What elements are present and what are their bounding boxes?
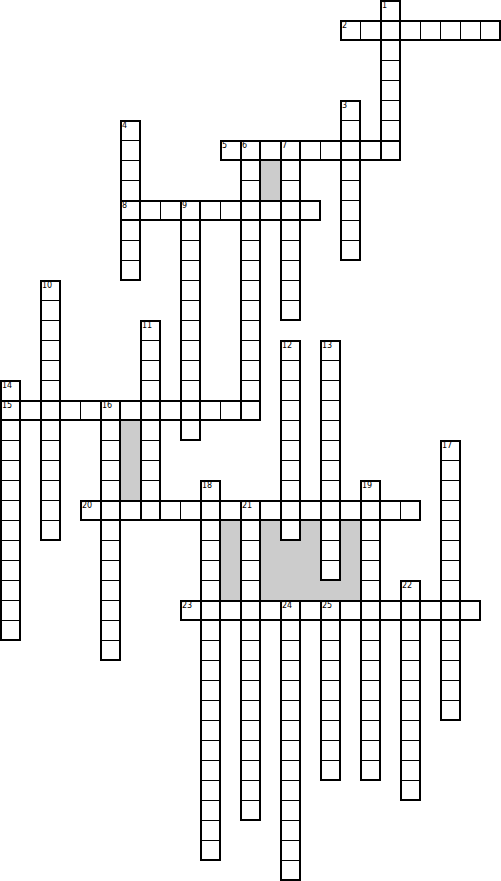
cell-r32-c22[interactable] [440,640,461,661]
blocked-cell [320,580,341,601]
clue-number: 6 [242,141,247,150]
cell-r40-c10[interactable] [200,800,221,821]
cell-r20-c11[interactable] [220,400,241,421]
cell-r32-c5[interactable] [100,640,121,661]
cell-r40-c14[interactable] [280,800,301,821]
cell-r34-c14[interactable] [280,680,301,701]
cell-r29-c18[interactable] [360,580,381,601]
cell-r9-c6[interactable] [120,180,141,201]
cell-r27-c5[interactable] [100,540,121,561]
cell-r1-c20[interactable] [400,20,421,41]
cell-r1-c19[interactable] [380,20,401,41]
cell-r11-c17[interactable] [340,220,361,241]
cell-r37-c20[interactable] [400,740,421,761]
cell-r29-c20[interactable]: 22 [400,580,421,601]
cell-r12-c17[interactable] [340,240,361,261]
cell-r27-c10[interactable] [200,540,221,561]
cell-r12-c14[interactable] [280,240,301,261]
cell-r24-c14[interactable] [280,480,301,501]
cell-r16-c12[interactable] [240,320,261,341]
cell-r25-c20[interactable] [400,500,421,521]
cell-r21-c7[interactable] [140,420,161,441]
cell-r27-c12[interactable] [240,540,261,561]
cell-r23-c2[interactable] [40,460,61,481]
cell-r32-c10[interactable] [200,640,221,661]
cell-r43-c14[interactable] [280,860,301,881]
cell-r5-c19[interactable] [380,100,401,121]
cell-r33-c20[interactable] [400,660,421,681]
cell-r36-c20[interactable] [400,720,421,741]
cell-r35-c20[interactable] [400,700,421,721]
cell-r31-c12[interactable] [240,620,261,641]
cell-r34-c16[interactable] [320,680,341,701]
cell-r13-c6[interactable] [120,260,141,281]
cell-r31-c20[interactable] [400,620,421,641]
cell-r10-c13[interactable] [260,200,281,221]
blocked-cell [340,540,361,561]
cell-r25-c13[interactable] [260,500,281,521]
cell-r16-c7[interactable]: 11 [140,320,161,341]
cell-r35-c22[interactable] [440,700,461,721]
clue-number: 7 [282,141,287,150]
cell-r30-c23[interactable] [460,600,481,621]
cell-r26-c16[interactable] [320,520,341,541]
cell-r12-c9[interactable] [180,240,201,261]
cell-r25-c17[interactable] [340,500,361,521]
cell-r20-c4[interactable] [80,400,101,421]
cell-r27-c16[interactable] [320,540,341,561]
cell-r31-c18[interactable] [360,620,381,641]
cell-r20-c0[interactable]: 15 [0,400,21,421]
cell-r13-c14[interactable] [280,260,301,281]
cell-r35-c18[interactable] [360,700,381,721]
cell-r25-c15[interactable] [300,500,321,521]
cell-r10-c11[interactable] [220,200,241,221]
cell-r27-c0[interactable] [0,540,21,561]
cell-r30-c17[interactable] [340,600,361,621]
cell-r30-c16[interactable]: 25 [320,600,341,621]
cell-r29-c5[interactable] [100,580,121,601]
clue-number: 9 [182,201,187,210]
cell-r29-c0[interactable] [0,580,21,601]
cell-r30-c19[interactable] [380,600,401,621]
cell-r37-c12[interactable] [240,740,261,761]
cell-r22-c7[interactable] [140,440,161,461]
cell-r25-c19[interactable] [380,500,401,521]
cell-r29-c12[interactable] [240,580,261,601]
cell-r1-c18[interactable] [360,20,381,41]
cell-r6-c17[interactable] [340,120,361,141]
clue-number: 23 [182,601,192,610]
cell-r25-c22[interactable] [440,500,461,521]
cell-r26-c5[interactable] [100,520,121,541]
cell-r42-c14[interactable] [280,840,301,861]
cell-r33-c22[interactable] [440,660,461,681]
cell-r25-c14[interactable] [280,500,301,521]
cell-r15-c2[interactable] [40,300,61,321]
cell-r12-c12[interactable] [240,240,261,261]
cell-r17-c2[interactable] [40,340,61,361]
cell-r11-c14[interactable] [280,220,301,241]
cell-r11-c6[interactable] [120,220,141,241]
cell-r30-c0[interactable] [0,600,21,621]
cell-r24-c18[interactable]: 19 [360,480,381,501]
cell-r28-c5[interactable] [100,560,121,581]
cell-r33-c16[interactable] [320,660,341,681]
cell-r31-c0[interactable] [0,620,21,641]
cell-r21-c9[interactable] [180,420,201,441]
cell-r20-c9[interactable] [180,400,201,421]
cell-r3-c19[interactable] [380,60,401,81]
cell-r24-c5[interactable] [100,480,121,501]
cell-r14-c9[interactable] [180,280,201,301]
cell-r12-c6[interactable] [120,240,141,261]
cell-r25-c8[interactable] [160,500,181,521]
cell-r22-c16[interactable] [320,440,341,461]
cell-r18-c12[interactable] [240,360,261,381]
cell-r14-c12[interactable] [240,280,261,301]
cell-r19-c12[interactable] [240,380,261,401]
blocked-cell [260,580,281,601]
cell-r22-c0[interactable] [0,440,21,461]
clue-number: 3 [342,101,347,110]
cell-r8-c17[interactable] [340,160,361,181]
cell-r30-c21[interactable] [420,600,441,621]
cell-r20-c2[interactable] [40,400,61,421]
cell-r15-c14[interactable] [280,300,301,321]
cell-r38-c18[interactable] [360,760,381,781]
cell-r10-c9[interactable]: 9 [180,200,201,221]
cell-r39-c20[interactable] [400,780,421,801]
cell-r15-c12[interactable] [240,300,261,321]
cell-r32-c20[interactable] [400,640,421,661]
cell-r26-c10[interactable] [200,520,221,541]
cell-r30-c12[interactable] [240,600,261,621]
cell-r20-c7[interactable] [140,400,161,421]
cell-r14-c2[interactable]: 10 [40,280,61,301]
cell-r10-c15[interactable] [300,200,321,221]
cell-r20-c1[interactable] [20,400,41,421]
cell-r34-c18[interactable] [360,680,381,701]
clue-number: 15 [2,401,12,410]
cell-r7-c12[interactable]: 6 [240,140,261,161]
cell-r28-c10[interactable] [200,560,221,581]
blocked-cell [260,540,281,561]
cell-r32-c18[interactable] [360,640,381,661]
cell-r1-c23[interactable] [460,20,481,41]
cell-r24-c2[interactable] [40,480,61,501]
cell-r38-c12[interactable] [240,760,261,781]
cell-r36-c10[interactable] [200,720,221,741]
cell-r38-c10[interactable] [200,760,221,781]
blocked-cell [220,520,241,541]
cell-r26-c22[interactable] [440,520,461,541]
cell-r40-c12[interactable] [240,800,261,821]
cell-r28-c18[interactable] [360,560,381,581]
clue-number: 22 [402,581,412,590]
cell-r29-c10[interactable] [200,580,221,601]
cell-r33-c14[interactable] [280,660,301,681]
cell-r30-c9[interactable]: 23 [180,600,201,621]
cell-r38-c14[interactable] [280,760,301,781]
cell-r38-c20[interactable] [400,760,421,781]
cell-r34-c20[interactable] [400,680,421,701]
cell-r4-c19[interactable] [380,80,401,101]
cell-r21-c16[interactable] [320,420,341,441]
cell-r7-c17[interactable] [340,140,361,161]
blocked-cell [340,520,361,541]
cell-r16-c9[interactable] [180,320,201,341]
cell-r29-c22[interactable] [440,580,461,601]
cell-r8-c12[interactable] [240,160,261,181]
cell-r33-c10[interactable] [200,660,221,681]
cell-r17-c12[interactable] [240,340,261,361]
cell-r24-c22[interactable] [440,480,461,501]
cell-r10-c7[interactable] [140,200,161,221]
cell-r25-c18[interactable] [360,500,381,521]
cell-r21-c2[interactable] [40,420,61,441]
cell-r25-c11[interactable] [220,500,241,521]
cell-r26-c2[interactable] [40,520,61,541]
clue-number: 11 [142,321,152,330]
cell-r31-c14[interactable] [280,620,301,641]
cell-r31-c16[interactable] [320,620,341,641]
cell-r18-c16[interactable] [320,360,341,381]
cell-r23-c14[interactable] [280,460,301,481]
cell-r18-c2[interactable] [40,360,61,381]
cell-r18-c7[interactable] [140,360,161,381]
cell-r27-c18[interactable] [360,540,381,561]
cell-r23-c22[interactable] [440,460,461,481]
cell-r24-c16[interactable] [320,480,341,501]
cell-r19-c16[interactable] [320,380,341,401]
cell-r18-c9[interactable] [180,360,201,381]
cell-r37-c16[interactable] [320,740,341,761]
clue-number: 24 [282,601,292,610]
blocked-cell [220,560,241,581]
cell-r24-c7[interactable] [140,480,161,501]
cell-r23-c16[interactable] [320,460,341,481]
cell-r39-c12[interactable] [240,780,261,801]
cell-r38-c16[interactable] [320,760,341,781]
cell-r21-c0[interactable] [0,420,21,441]
cell-r32-c12[interactable] [240,640,261,661]
cell-r36-c18[interactable] [360,720,381,741]
cell-r7-c16[interactable] [320,140,341,161]
blocked-cell [300,580,321,601]
cell-r22-c5[interactable] [100,440,121,461]
cell-r28-c16[interactable] [320,560,341,581]
cell-r25-c4[interactable]: 20 [80,500,101,521]
cell-r25-c0[interactable] [0,500,21,521]
cell-r33-c12[interactable] [240,660,261,681]
cell-r26-c12[interactable] [240,520,261,541]
cell-r34-c22[interactable] [440,680,461,701]
cell-r31-c5[interactable] [100,620,121,641]
blocked-cell [260,160,281,181]
cell-r37-c18[interactable] [360,740,381,761]
cell-r19-c14[interactable] [280,380,301,401]
cell-r36-c12[interactable] [240,720,261,741]
cell-r30-c20[interactable] [400,600,421,621]
blocked-cell [260,180,281,201]
cell-r31-c10[interactable] [200,620,221,641]
cell-r19-c9[interactable] [180,380,201,401]
blocked-cell [260,560,281,581]
clue-number: 4 [122,121,127,130]
cell-r37-c10[interactable] [200,740,221,761]
cell-r1-c17[interactable]: 2 [340,20,361,41]
cell-r20-c16[interactable] [320,400,341,421]
cell-r14-c14[interactable] [280,280,301,301]
cell-r35-c14[interactable] [280,700,301,721]
clue-number: 12 [282,341,292,350]
cell-r25-c6[interactable] [120,500,141,521]
cell-r1-c24[interactable] [480,20,501,41]
cell-r26-c14[interactable] [280,520,301,541]
cell-r42-c10[interactable] [200,840,221,861]
blocked-cell [220,580,241,601]
cell-r24-c0[interactable] [0,480,21,501]
cell-r20-c14[interactable] [280,400,301,421]
cell-r30-c13[interactable] [260,600,281,621]
clue-number: 8 [122,201,127,210]
cell-r0-c19[interactable]: 1 [380,0,401,21]
cell-r7-c11[interactable]: 5 [220,140,241,161]
cell-r27-c22[interactable] [440,540,461,561]
cell-r19-c7[interactable] [140,380,161,401]
cell-r41-c14[interactable] [280,820,301,841]
cell-r6-c19[interactable] [380,120,401,141]
cell-r22-c22[interactable]: 17 [440,440,461,461]
cell-r20-c5[interactable]: 16 [100,400,121,421]
cell-r20-c3[interactable] [60,400,81,421]
cell-r13-c9[interactable] [180,260,201,281]
cell-r9-c12[interactable] [240,180,261,201]
cell-r7-c14[interactable]: 7 [280,140,301,161]
cell-r9-c14[interactable] [280,180,301,201]
blocked-cell [340,560,361,581]
cell-r21-c14[interactable] [280,420,301,441]
cell-r10-c17[interactable] [340,200,361,221]
cell-r10-c14[interactable] [280,200,301,221]
cell-r31-c22[interactable] [440,620,461,641]
cell-r20-c8[interactable] [160,400,181,421]
cell-r35-c16[interactable] [320,700,341,721]
cell-r41-c10[interactable] [200,820,221,841]
cell-r36-c14[interactable] [280,720,301,741]
cell-r5-c17[interactable]: 3 [340,100,361,121]
cell-r19-c0[interactable]: 14 [0,380,21,401]
cell-r20-c12[interactable] [240,400,261,421]
cell-r23-c0[interactable] [0,460,21,481]
cell-r10-c10[interactable] [200,200,221,221]
clue-number: 20 [82,501,92,510]
cell-r34-c10[interactable] [200,680,221,701]
cell-r28-c0[interactable] [0,560,21,581]
cell-r7-c18[interactable] [360,140,381,161]
cell-r7-c13[interactable] [260,140,281,161]
cell-r13-c12[interactable] [240,260,261,281]
cell-r7-c19[interactable] [380,140,401,161]
cell-r35-c10[interactable] [200,700,221,721]
cell-r24-c10[interactable]: 18 [200,480,221,501]
cell-r30-c18[interactable] [360,600,381,621]
cell-r39-c14[interactable] [280,780,301,801]
cell-r15-c9[interactable] [180,300,201,321]
cell-r22-c14[interactable] [280,440,301,461]
cell-r19-c2[interactable] [40,380,61,401]
cell-r17-c16[interactable]: 13 [320,340,341,361]
clue-number: 25 [322,601,332,610]
cell-r25-c7[interactable] [140,500,161,521]
cell-r10-c12[interactable] [240,200,261,221]
cell-r23-c5[interactable] [100,460,121,481]
cell-r37-c14[interactable] [280,740,301,761]
cell-r25-c12[interactable]: 21 [240,500,261,521]
cell-r33-c18[interactable] [360,660,381,681]
clue-number: 1 [382,1,387,10]
cell-r30-c10[interactable] [200,600,221,621]
cell-r8-c6[interactable] [120,160,141,181]
cell-r7-c15[interactable] [300,140,321,161]
cell-r30-c5[interactable] [100,600,121,621]
cell-r8-c14[interactable] [280,160,301,181]
cell-r17-c9[interactable] [180,340,201,361]
cell-r10-c6[interactable]: 8 [120,200,141,221]
cell-r18-c14[interactable] [280,360,301,381]
cell-r21-c5[interactable] [100,420,121,441]
cell-r17-c14[interactable]: 12 [280,340,301,361]
cell-r2-c19[interactable] [380,40,401,61]
cell-r1-c22[interactable] [440,20,461,41]
cell-r34-c12[interactable] [240,680,261,701]
cell-r16-c2[interactable] [40,320,61,341]
cell-r25-c10[interactable] [200,500,221,521]
cell-r11-c12[interactable] [240,220,261,241]
cell-r9-c17[interactable] [340,180,361,201]
cell-r26-c0[interactable] [0,520,21,541]
cell-r26-c18[interactable] [360,520,381,541]
cell-r32-c16[interactable] [320,640,341,661]
cell-r17-c7[interactable] [140,340,161,361]
clue-number: 16 [102,401,112,410]
clue-number: 18 [202,481,212,490]
cell-r11-c9[interactable] [180,220,201,241]
cell-r20-c6[interactable] [120,400,141,421]
cell-r22-c2[interactable] [40,440,61,461]
cell-r20-c10[interactable] [200,400,221,421]
cell-r30-c15[interactable] [300,600,321,621]
cell-r25-c5[interactable] [100,500,121,521]
cell-r6-c6[interactable]: 4 [120,120,141,141]
cell-r25-c2[interactable] [40,500,61,521]
cell-r25-c9[interactable] [180,500,201,521]
cell-r25-c16[interactable] [320,500,341,521]
cell-r30-c14[interactable]: 24 [280,600,301,621]
cell-r28-c22[interactable] [440,560,461,581]
cell-r10-c8[interactable] [160,200,181,221]
cell-r28-c12[interactable] [240,560,261,581]
cell-r23-c7[interactable] [140,460,161,481]
cell-r36-c16[interactable] [320,720,341,741]
cell-r30-c11[interactable] [220,600,241,621]
cell-r30-c22[interactable] [440,600,461,621]
cell-r1-c21[interactable] [420,20,441,41]
cell-r39-c10[interactable] [200,780,221,801]
cell-r32-c14[interactable] [280,640,301,661]
cell-r35-c12[interactable] [240,700,261,721]
